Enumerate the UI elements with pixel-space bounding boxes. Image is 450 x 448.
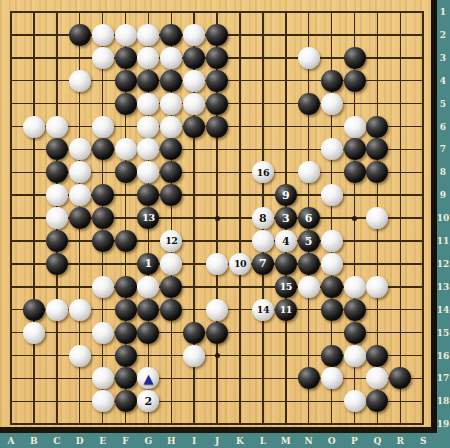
- stone-black-D10[interactable]: [69, 207, 91, 229]
- stone-white-K12[interactable]: 10: [229, 253, 251, 275]
- stone-black-N17[interactable]: [298, 367, 320, 389]
- stone-black-H13[interactable]: [160, 276, 182, 298]
- move-number-label: 1: [137, 253, 159, 275]
- star-point: [215, 216, 220, 221]
- stone-black-F14[interactable]: [115, 299, 137, 321]
- col-label-C: C: [47, 435, 67, 448]
- stone-white-I16[interactable]: [183, 345, 205, 367]
- col-label-O: O: [322, 435, 342, 448]
- stone-black-J5[interactable]: [206, 93, 228, 115]
- row-label-5: 5: [436, 98, 450, 110]
- stone-white-G18[interactable]: 2: [137, 390, 159, 412]
- go-board[interactable]: 1691383612451107151411▲2: [0, 0, 437, 433]
- stone-black-D2[interactable]: [69, 24, 91, 46]
- col-label-M: M: [276, 435, 296, 448]
- stone-white-E2[interactable]: [92, 24, 114, 46]
- stone-white-H6[interactable]: [160, 116, 182, 138]
- col-label-F: F: [116, 435, 136, 448]
- stone-white-H5[interactable]: [160, 93, 182, 115]
- stone-black-E11[interactable]: [92, 230, 114, 252]
- stone-black-M14[interactable]: 11: [275, 299, 297, 321]
- row-label-8: 8: [436, 166, 450, 178]
- stone-black-J4[interactable]: [206, 70, 228, 92]
- stone-black-E9[interactable]: [92, 184, 114, 206]
- row-label-4: 4: [436, 75, 450, 87]
- stone-white-D16[interactable]: [69, 345, 91, 367]
- row-label-15: 15: [436, 327, 450, 339]
- stone-white-Q17[interactable]: [366, 367, 388, 389]
- stone-black-M13[interactable]: 15: [275, 276, 297, 298]
- stone-black-H2[interactable]: [160, 24, 182, 46]
- row-label-19: 19: [436, 418, 450, 430]
- row-label-17: 17: [436, 372, 450, 384]
- stone-white-G5[interactable]: [137, 93, 159, 115]
- move-number-label: 8: [252, 207, 274, 229]
- stone-black-F16[interactable]: [115, 345, 137, 367]
- stone-black-P4[interactable]: [344, 70, 366, 92]
- stone-black-Q16[interactable]: [366, 345, 388, 367]
- stone-black-F4[interactable]: [115, 70, 137, 92]
- stone-white-E18[interactable]: [92, 390, 114, 412]
- col-label-B: B: [24, 435, 44, 448]
- stone-black-F18[interactable]: [115, 390, 137, 412]
- row-label-16: 16: [436, 350, 450, 362]
- stone-black-Q18[interactable]: [366, 390, 388, 412]
- move-number-label: 11: [275, 299, 297, 321]
- stone-white-B6[interactable]: [23, 116, 45, 138]
- stone-black-I15[interactable]: [183, 322, 205, 344]
- stone-black-H9[interactable]: [160, 184, 182, 206]
- stone-white-E6[interactable]: [92, 116, 114, 138]
- col-label-J: J: [207, 435, 227, 448]
- col-label-R: R: [390, 435, 410, 448]
- stone-black-O13[interactable]: [321, 276, 343, 298]
- stone-black-P8[interactable]: [344, 161, 366, 183]
- grid-line-vertical: [400, 11, 402, 425]
- row-label-13: 13: [436, 281, 450, 293]
- stone-white-F7[interactable]: [115, 138, 137, 160]
- col-label-G: G: [138, 435, 158, 448]
- stone-black-H8[interactable]: [160, 161, 182, 183]
- stone-black-F3[interactable]: [115, 47, 137, 69]
- stone-white-C9[interactable]: [46, 184, 68, 206]
- stone-white-H3[interactable]: [160, 47, 182, 69]
- stone-black-C7[interactable]: [46, 138, 68, 160]
- stone-white-P18[interactable]: [344, 390, 366, 412]
- stone-white-F2[interactable]: [115, 24, 137, 46]
- move-number-label: 2: [137, 390, 159, 412]
- stone-black-F17[interactable]: [115, 367, 137, 389]
- stone-white-G6[interactable]: [137, 116, 159, 138]
- stone-black-M9[interactable]: 9: [275, 184, 297, 206]
- stone-black-O14[interactable]: [321, 299, 343, 321]
- stone-black-I3[interactable]: [183, 47, 205, 69]
- stone-black-F13[interactable]: [115, 276, 137, 298]
- move-number-label: 14: [252, 299, 274, 321]
- stone-black-G4[interactable]: [137, 70, 159, 92]
- stone-white-D14[interactable]: [69, 299, 91, 321]
- stone-white-Q10[interactable]: [366, 207, 388, 229]
- stone-black-N11[interactable]: 5: [298, 230, 320, 252]
- col-label-E: E: [93, 435, 113, 448]
- stone-black-M12[interactable]: [275, 253, 297, 275]
- star-point: [352, 216, 357, 221]
- stone-black-F5[interactable]: [115, 93, 137, 115]
- stone-black-J15[interactable]: [206, 322, 228, 344]
- stone-white-O9[interactable]: [321, 184, 343, 206]
- stone-black-G14[interactable]: [137, 299, 159, 321]
- stone-black-G9[interactable]: [137, 184, 159, 206]
- stone-white-G3[interactable]: [137, 47, 159, 69]
- stone-white-D8[interactable]: [69, 161, 91, 183]
- row-label-18: 18: [436, 395, 450, 407]
- stone-black-F15[interactable]: [115, 322, 137, 344]
- stone-white-E13[interactable]: [92, 276, 114, 298]
- col-label-P: P: [345, 435, 365, 448]
- stone-white-P16[interactable]: [344, 345, 366, 367]
- stone-black-N12[interactable]: [298, 253, 320, 275]
- grid-line-horizontal: [10, 378, 424, 380]
- stone-white-E15[interactable]: [92, 322, 114, 344]
- stone-black-G12[interactable]: 1: [137, 253, 159, 275]
- stone-black-B14[interactable]: [23, 299, 45, 321]
- col-label-A: A: [1, 435, 21, 448]
- stone-white-C6[interactable]: [46, 116, 68, 138]
- go-app-window: 1691383612451107151411▲2 ABCDEFGHIJKLMNO…: [0, 0, 450, 448]
- stone-white-G8[interactable]: [137, 161, 159, 183]
- stone-white-O7[interactable]: [321, 138, 343, 160]
- row-label-1: 1: [436, 6, 450, 18]
- row-label-11: 11: [436, 235, 450, 247]
- move-number-label: 7: [252, 253, 274, 275]
- col-label-L: L: [253, 435, 273, 448]
- stone-white-H12[interactable]: [160, 253, 182, 275]
- stone-white-H11[interactable]: 12: [160, 230, 182, 252]
- col-label-K: K: [230, 435, 250, 448]
- stone-black-G10[interactable]: 13: [137, 207, 159, 229]
- stone-white-B15[interactable]: [23, 322, 45, 344]
- stone-black-F11[interactable]: [115, 230, 137, 252]
- stone-black-O4[interactable]: [321, 70, 343, 92]
- stone-black-R17[interactable]: [389, 367, 411, 389]
- stone-black-J3[interactable]: [206, 47, 228, 69]
- stone-white-G7[interactable]: [137, 138, 159, 160]
- stone-black-Q7[interactable]: [366, 138, 388, 160]
- stone-black-P15[interactable]: [344, 322, 366, 344]
- grid-line-horizontal: [10, 240, 424, 242]
- stone-black-E7[interactable]: [92, 138, 114, 160]
- stone-white-G13[interactable]: [137, 276, 159, 298]
- stone-white-L11[interactable]: [252, 230, 274, 252]
- row-label-14: 14: [436, 304, 450, 316]
- stone-white-D7[interactable]: [69, 138, 91, 160]
- row-label-10: 10: [436, 212, 450, 224]
- stone-white-I5[interactable]: [183, 93, 205, 115]
- move-number-label: 15: [275, 276, 297, 298]
- stone-white-O17[interactable]: [321, 367, 343, 389]
- stone-black-C12[interactable]: [46, 253, 68, 275]
- stone-white-N3[interactable]: [298, 47, 320, 69]
- row-label-2: 2: [436, 29, 450, 41]
- move-number-label: 6: [298, 207, 320, 229]
- move-number-label: 13: [137, 207, 159, 229]
- stone-white-D9[interactable]: [69, 184, 91, 206]
- stone-white-E17[interactable]: [92, 367, 114, 389]
- row-label-12: 12: [436, 258, 450, 270]
- col-label-Q: Q: [367, 435, 387, 448]
- move-number-label: 10: [229, 253, 251, 275]
- triangle-marker-icon: ▲: [137, 367, 159, 389]
- stone-white-P6[interactable]: [344, 116, 366, 138]
- col-label-D: D: [70, 435, 90, 448]
- stone-white-J12[interactable]: [206, 253, 228, 275]
- stone-white-C10[interactable]: [46, 207, 68, 229]
- row-label-9: 9: [436, 189, 450, 201]
- stone-white-J14[interactable]: [206, 299, 228, 321]
- stone-white-L8[interactable]: 16: [252, 161, 274, 183]
- stone-white-L10[interactable]: 8: [252, 207, 274, 229]
- stone-black-N5[interactable]: [298, 93, 320, 115]
- stone-black-N10[interactable]: 6: [298, 207, 320, 229]
- col-label-N: N: [299, 435, 319, 448]
- stone-black-L12[interactable]: 7: [252, 253, 274, 275]
- stone-black-H14[interactable]: [160, 299, 182, 321]
- stone-black-C11[interactable]: [46, 230, 68, 252]
- move-number-label: 9: [275, 184, 297, 206]
- stone-black-Q6[interactable]: [366, 116, 388, 138]
- stone-white-Q13[interactable]: [366, 276, 388, 298]
- stone-black-J2[interactable]: [206, 24, 228, 46]
- stone-black-I6[interactable]: [183, 116, 205, 138]
- row-label-6: 6: [436, 121, 450, 133]
- stone-white-G2[interactable]: [137, 24, 159, 46]
- stone-black-E10[interactable]: [92, 207, 114, 229]
- stone-white-O5[interactable]: [321, 93, 343, 115]
- stone-black-P14[interactable]: [344, 299, 366, 321]
- move-number-label: 12: [160, 230, 182, 252]
- grid-line-vertical: [239, 11, 241, 425]
- stone-white-G17[interactable]: ▲: [137, 367, 159, 389]
- stone-white-P13[interactable]: [344, 276, 366, 298]
- stone-black-P7[interactable]: [344, 138, 366, 160]
- stone-black-P3[interactable]: [344, 47, 366, 69]
- move-number-label: 5: [298, 230, 320, 252]
- stone-black-H7[interactable]: [160, 138, 182, 160]
- grid-line-horizontal: [10, 423, 424, 425]
- stone-black-G15[interactable]: [137, 322, 159, 344]
- stone-white-N13[interactable]: [298, 276, 320, 298]
- stone-white-D4[interactable]: [69, 70, 91, 92]
- stone-white-O11[interactable]: [321, 230, 343, 252]
- stone-white-L14[interactable]: 14: [252, 299, 274, 321]
- stone-black-M10[interactable]: 3: [275, 207, 297, 229]
- col-label-I: I: [184, 435, 204, 448]
- stone-black-F8[interactable]: [115, 161, 137, 183]
- stone-white-E3[interactable]: [92, 47, 114, 69]
- stone-white-I2[interactable]: [183, 24, 205, 46]
- row-label-7: 7: [436, 143, 450, 155]
- move-number-label: 16: [252, 161, 274, 183]
- stone-black-O16[interactable]: [321, 345, 343, 367]
- stone-white-C14[interactable]: [46, 299, 68, 321]
- row-label-3: 3: [436, 52, 450, 64]
- col-label-S: S: [413, 435, 433, 448]
- stone-black-J6[interactable]: [206, 116, 228, 138]
- stone-black-H4[interactable]: [160, 70, 182, 92]
- stone-white-I4[interactable]: [183, 70, 205, 92]
- stone-white-M11[interactable]: 4: [275, 230, 297, 252]
- star-point: [215, 353, 220, 358]
- grid-line-vertical: [422, 11, 424, 425]
- stone-white-O12[interactable]: [321, 253, 343, 275]
- move-number-label: 3: [275, 207, 297, 229]
- stone-white-N8[interactable]: [298, 161, 320, 183]
- stone-black-C8[interactable]: [46, 161, 68, 183]
- col-label-H: H: [161, 435, 181, 448]
- move-number-label: 4: [275, 230, 297, 252]
- stone-black-Q8[interactable]: [366, 161, 388, 183]
